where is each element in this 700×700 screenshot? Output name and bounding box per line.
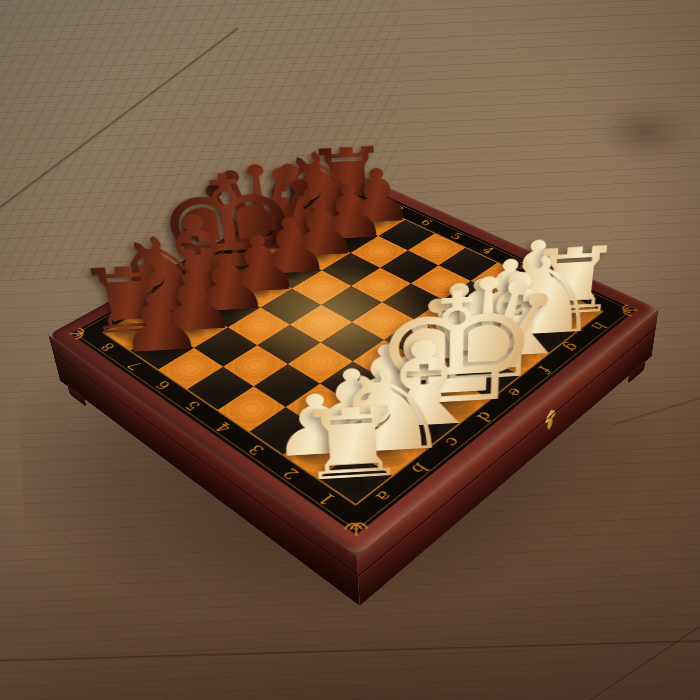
scene: 87654321 87654321 hgfedcba hgfedcba <box>0 0 700 700</box>
chess-board: 87654321 87654321 hgfedcba hgfedcba <box>48 170 658 557</box>
box-foot <box>67 385 86 407</box>
chess-box: 87654321 87654321 hgfedcba hgfedcba <box>48 170 658 557</box>
product-photo: 87654321 87654321 hgfedcba hgfedcba <box>0 0 700 700</box>
corner-flourish-icon <box>330 500 382 539</box>
box-foot <box>628 359 646 384</box>
black-pawn-glyph: ♟ <box>81 287 230 357</box>
brass-clasp-icon <box>539 396 562 444</box>
